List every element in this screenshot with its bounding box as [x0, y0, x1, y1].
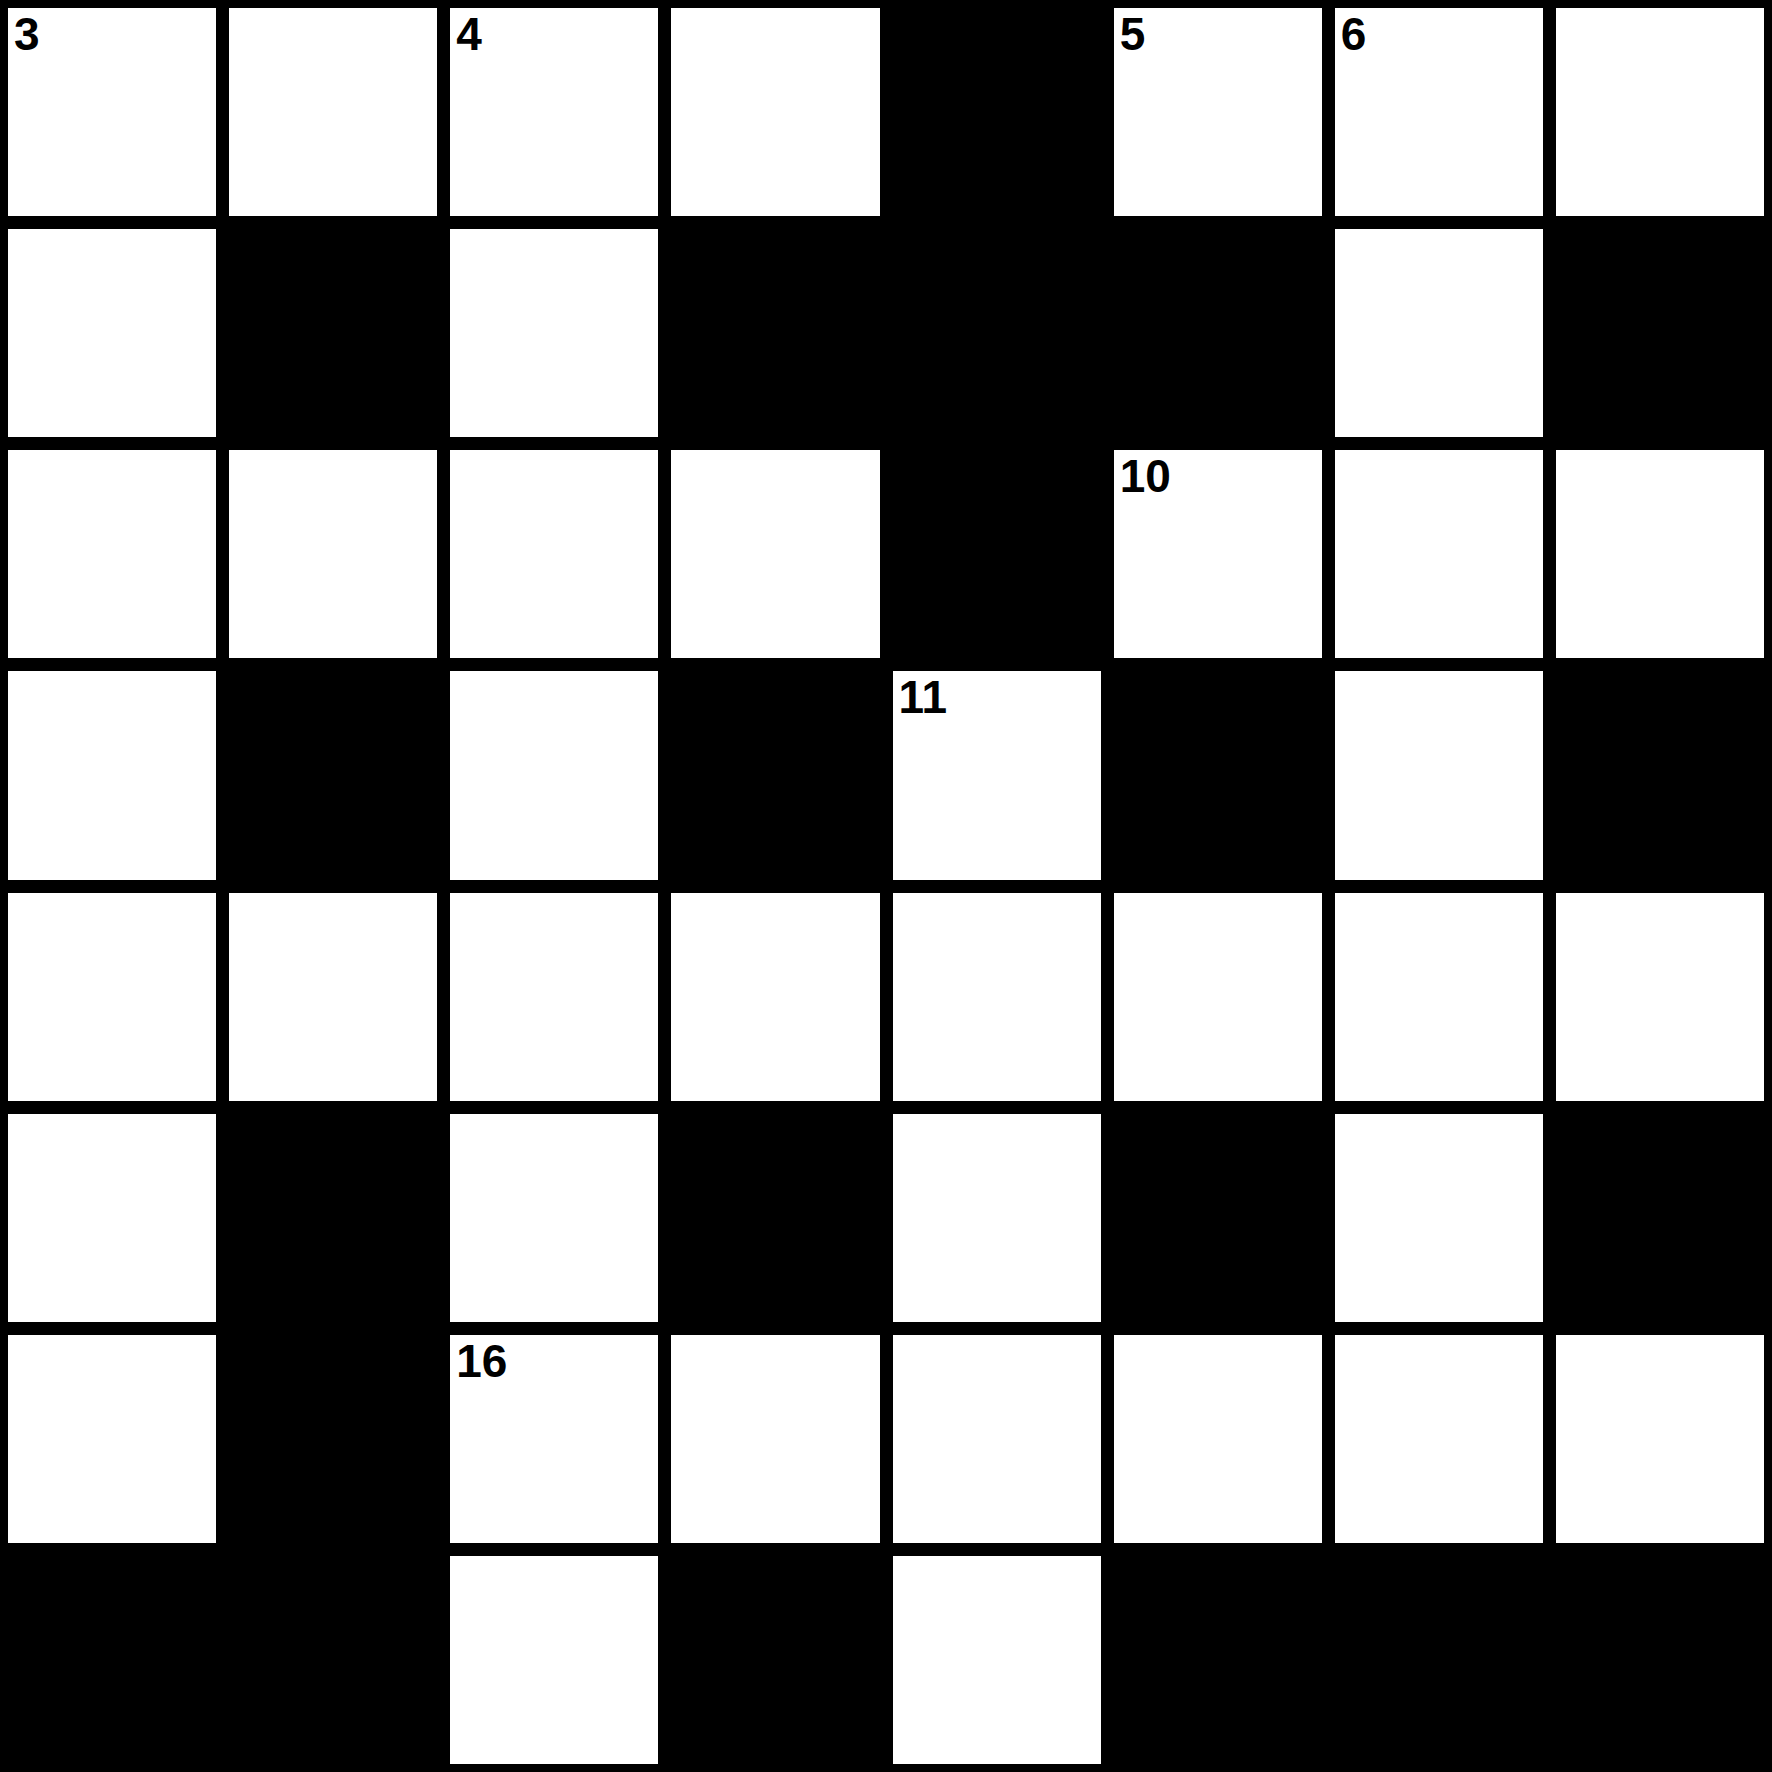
block-r3c3 [671, 671, 879, 879]
clue-number-10: 10 [1120, 452, 1171, 500]
cell-r3c0[interactable] [8, 671, 216, 879]
cell-r2c3[interactable] [671, 450, 879, 658]
block-r3c5 [1114, 671, 1322, 879]
block-r3c1 [229, 671, 437, 879]
cell-r1c2[interactable] [450, 229, 658, 437]
block-r3c7 [1556, 671, 1764, 879]
cell-r1c0[interactable] [8, 229, 216, 437]
block-r7c7 [1556, 1556, 1764, 1764]
clue-number-5: 5 [1120, 10, 1146, 58]
cell-r2c1[interactable] [229, 450, 437, 658]
crossword-grid: 3456101116 [0, 0, 1772, 1772]
block-r6c1 [229, 1335, 437, 1543]
cell-r6c5[interactable] [1114, 1335, 1322, 1543]
cell-r7c4[interactable] [893, 1556, 1101, 1764]
block-r1c3 [671, 229, 879, 437]
block-r5c3 [671, 1114, 879, 1322]
block-r2c4 [893, 450, 1101, 658]
cell-r6c6[interactable] [1335, 1335, 1543, 1543]
clue-number-11: 11 [899, 673, 948, 721]
block-r7c5 [1114, 1556, 1322, 1764]
cell-r5c2[interactable] [450, 1114, 658, 1322]
block-r0c4 [893, 8, 1101, 216]
cell-r7c2[interactable] [450, 1556, 658, 1764]
cell-r4c7[interactable] [1556, 893, 1764, 1101]
cell-r3c6[interactable] [1335, 671, 1543, 879]
cell-r0c3[interactable] [671, 8, 879, 216]
cell-r2c7[interactable] [1556, 450, 1764, 658]
cell-r2c5[interactable]: 10 [1114, 450, 1322, 658]
cell-r0c6[interactable]: 6 [1335, 8, 1543, 216]
block-r7c0 [8, 1556, 216, 1764]
cell-r0c7[interactable] [1556, 8, 1764, 216]
cell-r4c1[interactable] [229, 893, 437, 1101]
block-r7c3 [671, 1556, 879, 1764]
clue-number-3: 3 [14, 10, 40, 58]
cell-r4c4[interactable] [893, 893, 1101, 1101]
cell-r6c7[interactable] [1556, 1335, 1764, 1543]
cell-r4c6[interactable] [1335, 893, 1543, 1101]
cell-r0c1[interactable] [229, 8, 437, 216]
cell-r0c5[interactable]: 5 [1114, 8, 1322, 216]
cell-r6c0[interactable] [8, 1335, 216, 1543]
cell-r6c4[interactable] [893, 1335, 1101, 1543]
cell-r6c3[interactable] [671, 1335, 879, 1543]
cell-r4c2[interactable] [450, 893, 658, 1101]
block-r5c7 [1556, 1114, 1764, 1322]
cell-r4c3[interactable] [671, 893, 879, 1101]
cell-r1c6[interactable] [1335, 229, 1543, 437]
clue-number-6: 6 [1341, 10, 1367, 58]
clue-number-4: 4 [456, 10, 482, 58]
block-r1c4 [893, 229, 1101, 437]
cell-r0c2[interactable]: 4 [450, 8, 658, 216]
block-r1c5 [1114, 229, 1322, 437]
block-r1c1 [229, 229, 437, 437]
cell-r2c2[interactable] [450, 450, 658, 658]
cell-r2c0[interactable] [8, 450, 216, 658]
cell-r3c2[interactable] [450, 671, 658, 879]
block-r5c5 [1114, 1114, 1322, 1322]
block-r7c6 [1335, 1556, 1543, 1764]
block-r7c1 [229, 1556, 437, 1764]
cell-r3c4[interactable]: 11 [893, 671, 1101, 879]
cell-r5c0[interactable] [8, 1114, 216, 1322]
clue-number-16: 16 [456, 1337, 507, 1385]
cell-r4c0[interactable] [8, 893, 216, 1101]
cell-r6c2[interactable]: 16 [450, 1335, 658, 1543]
cell-r4c5[interactable] [1114, 893, 1322, 1101]
cell-r5c6[interactable] [1335, 1114, 1543, 1322]
cell-r0c0[interactable]: 3 [8, 8, 216, 216]
cell-r2c6[interactable] [1335, 450, 1543, 658]
block-r1c7 [1556, 229, 1764, 437]
cell-r5c4[interactable] [893, 1114, 1101, 1322]
block-r5c1 [229, 1114, 437, 1322]
